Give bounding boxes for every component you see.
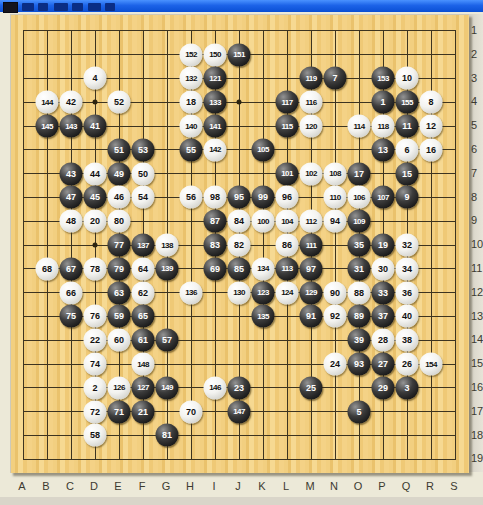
intersection-I11[interactable]: 69: [203, 257, 227, 281]
intersection-P19[interactable]: [371, 447, 395, 471]
intersection-K4[interactable]: [251, 90, 275, 114]
intersection-D19[interactable]: [83, 447, 107, 471]
intersection-R16[interactable]: [419, 376, 443, 400]
intersection-Q10[interactable]: 32: [395, 233, 419, 257]
intersection-C14[interactable]: [59, 328, 83, 352]
intersection-H13[interactable]: [179, 305, 203, 329]
intersection-B7[interactable]: [35, 162, 59, 186]
intersection-L1[interactable]: [275, 19, 299, 43]
intersection-K5[interactable]: [251, 114, 275, 138]
intersection-F5[interactable]: [131, 114, 155, 138]
intersection-N5[interactable]: [323, 114, 347, 138]
intersection-R12[interactable]: [419, 281, 443, 305]
intersection-H7[interactable]: [179, 162, 203, 186]
intersection-P7[interactable]: [371, 162, 395, 186]
intersection-G19[interactable]: [155, 447, 179, 471]
intersection-E19[interactable]: [107, 447, 131, 471]
intersection-B12[interactable]: [35, 281, 59, 305]
intersection-O10[interactable]: 35: [347, 233, 371, 257]
intersection-A2[interactable]: [11, 43, 35, 67]
intersection-A10[interactable]: [11, 233, 35, 257]
intersection-S16[interactable]: [443, 376, 467, 400]
intersection-C10[interactable]: [59, 233, 83, 257]
intersection-J3[interactable]: [227, 67, 251, 91]
intersection-M10[interactable]: 111: [299, 233, 323, 257]
intersection-F1[interactable]: [131, 19, 155, 43]
intersection-G10[interactable]: 138: [155, 233, 179, 257]
intersection-I16[interactable]: 146: [203, 376, 227, 400]
intersection-N18[interactable]: [323, 424, 347, 448]
intersection-J2[interactable]: 151: [227, 43, 251, 67]
intersection-E13[interactable]: 59: [107, 305, 131, 329]
intersection-P5[interactable]: 118: [371, 114, 395, 138]
intersection-O19[interactable]: [347, 447, 371, 471]
intersection-M14[interactable]: [299, 328, 323, 352]
intersection-H11[interactable]: [179, 257, 203, 281]
intersection-K19[interactable]: [251, 447, 275, 471]
intersection-D18[interactable]: 58: [83, 424, 107, 448]
intersection-P18[interactable]: [371, 424, 395, 448]
intersection-D14[interactable]: 22: [83, 328, 107, 352]
intersection-P13[interactable]: 37: [371, 305, 395, 329]
intersection-O6[interactable]: [347, 138, 371, 162]
intersection-N12[interactable]: 90: [323, 281, 347, 305]
intersection-L9[interactable]: 104: [275, 209, 299, 233]
intersection-O18[interactable]: [347, 424, 371, 448]
intersection-R18[interactable]: [419, 424, 443, 448]
intersection-I3[interactable]: 121: [203, 67, 227, 91]
intersection-Q17[interactable]: [395, 400, 419, 424]
intersection-D2[interactable]: [83, 43, 107, 67]
intersection-F2[interactable]: [131, 43, 155, 67]
intersection-N10[interactable]: [323, 233, 347, 257]
intersection-D3[interactable]: 4: [83, 67, 107, 91]
intersection-A12[interactable]: [11, 281, 35, 305]
intersection-D9[interactable]: 20: [83, 209, 107, 233]
intersection-J9[interactable]: 84: [227, 209, 251, 233]
intersection-K9[interactable]: 100: [251, 209, 275, 233]
intersection-B10[interactable]: [35, 233, 59, 257]
intersection-R8[interactable]: [419, 186, 443, 210]
intersection-S5[interactable]: [443, 114, 467, 138]
intersection-S9[interactable]: [443, 209, 467, 233]
intersection-B11[interactable]: 68: [35, 257, 59, 281]
intersection-M16[interactable]: 25: [299, 376, 323, 400]
intersection-S14[interactable]: [443, 328, 467, 352]
intersection-S19[interactable]: [443, 447, 467, 471]
intersection-K12[interactable]: 123: [251, 281, 275, 305]
intersection-G8[interactable]: [155, 186, 179, 210]
intersection-H10[interactable]: [179, 233, 203, 257]
intersection-Q7[interactable]: 15: [395, 162, 419, 186]
intersection-L17[interactable]: [275, 400, 299, 424]
intersection-L6[interactable]: [275, 138, 299, 162]
intersection-N15[interactable]: 24: [323, 352, 347, 376]
intersection-N4[interactable]: [323, 90, 347, 114]
intersection-N16[interactable]: [323, 376, 347, 400]
intersection-K3[interactable]: [251, 67, 275, 91]
intersection-O17[interactable]: 5: [347, 400, 371, 424]
intersection-B5[interactable]: 145: [35, 114, 59, 138]
intersection-C7[interactable]: 43: [59, 162, 83, 186]
intersection-G12[interactable]: [155, 281, 179, 305]
intersection-I10[interactable]: 83: [203, 233, 227, 257]
intersection-K8[interactable]: 99: [251, 186, 275, 210]
intersection-D10[interactable]: [83, 233, 107, 257]
intersection-J8[interactable]: 95: [227, 186, 251, 210]
intersection-P4[interactable]: 1: [371, 90, 395, 114]
intersection-G14[interactable]: 57: [155, 328, 179, 352]
intersection-S17[interactable]: [443, 400, 467, 424]
intersection-M2[interactable]: [299, 43, 323, 67]
intersection-O8[interactable]: 106: [347, 186, 371, 210]
intersection-G16[interactable]: 149: [155, 376, 179, 400]
intersection-L11[interactable]: 113: [275, 257, 299, 281]
intersection-J12[interactable]: 130: [227, 281, 251, 305]
intersection-Q6[interactable]: 6: [395, 138, 419, 162]
intersection-D1[interactable]: [83, 19, 107, 43]
intersection-E12[interactable]: 63: [107, 281, 131, 305]
intersection-P1[interactable]: [371, 19, 395, 43]
intersection-M11[interactable]: 97: [299, 257, 323, 281]
intersection-I6[interactable]: 142: [203, 138, 227, 162]
intersection-O4[interactable]: [347, 90, 371, 114]
intersection-A9[interactable]: [11, 209, 35, 233]
intersection-A19[interactable]: [11, 447, 35, 471]
intersection-H8[interactable]: 56: [179, 186, 203, 210]
intersection-D5[interactable]: 41: [83, 114, 107, 138]
intersection-A6[interactable]: [11, 138, 35, 162]
intersection-J1[interactable]: [227, 19, 251, 43]
intersection-I15[interactable]: [203, 352, 227, 376]
intersection-H2[interactable]: 152: [179, 43, 203, 67]
intersection-R10[interactable]: [419, 233, 443, 257]
intersection-B18[interactable]: [35, 424, 59, 448]
intersection-L12[interactable]: 124: [275, 281, 299, 305]
intersection-Q14[interactable]: 38: [395, 328, 419, 352]
intersection-D12[interactable]: [83, 281, 107, 305]
intersection-I17[interactable]: [203, 400, 227, 424]
intersection-F4[interactable]: [131, 90, 155, 114]
intersection-L14[interactable]: [275, 328, 299, 352]
intersection-M18[interactable]: [299, 424, 323, 448]
intersection-A7[interactable]: [11, 162, 35, 186]
intersection-E16[interactable]: 126: [107, 376, 131, 400]
intersection-M8[interactable]: [299, 186, 323, 210]
intersection-O5[interactable]: 114: [347, 114, 371, 138]
intersection-J14[interactable]: [227, 328, 251, 352]
intersection-I8[interactable]: 98: [203, 186, 227, 210]
intersection-Q5[interactable]: 11: [395, 114, 419, 138]
intersection-L7[interactable]: 101: [275, 162, 299, 186]
intersection-J13[interactable]: [227, 305, 251, 329]
intersection-G15[interactable]: [155, 352, 179, 376]
intersection-Q11[interactable]: 34: [395, 257, 419, 281]
intersection-A14[interactable]: [11, 328, 35, 352]
intersection-Q4[interactable]: 155: [395, 90, 419, 114]
intersection-P9[interactable]: [371, 209, 395, 233]
intersection-C12[interactable]: 66: [59, 281, 83, 305]
intersection-E17[interactable]: 71: [107, 400, 131, 424]
intersection-S4[interactable]: [443, 90, 467, 114]
intersection-S18[interactable]: [443, 424, 467, 448]
intersection-B1[interactable]: [35, 19, 59, 43]
intersection-L19[interactable]: [275, 447, 299, 471]
intersection-J10[interactable]: 82: [227, 233, 251, 257]
intersection-A3[interactable]: [11, 67, 35, 91]
intersection-G2[interactable]: [155, 43, 179, 67]
intersection-S12[interactable]: [443, 281, 467, 305]
intersection-N9[interactable]: 94: [323, 209, 347, 233]
intersection-B3[interactable]: [35, 67, 59, 91]
intersection-E11[interactable]: 79: [107, 257, 131, 281]
intersection-E9[interactable]: 80: [107, 209, 131, 233]
intersection-A18[interactable]: [11, 424, 35, 448]
intersection-K13[interactable]: 135: [251, 305, 275, 329]
intersection-R1[interactable]: [419, 19, 443, 43]
intersection-O16[interactable]: [347, 376, 371, 400]
intersection-F17[interactable]: 21: [131, 400, 155, 424]
intersection-O3[interactable]: [347, 67, 371, 91]
intersection-J4[interactable]: [227, 90, 251, 114]
intersection-R15[interactable]: 154: [419, 352, 443, 376]
intersection-I19[interactable]: [203, 447, 227, 471]
intersection-B8[interactable]: [35, 186, 59, 210]
intersection-D4[interactable]: [83, 90, 107, 114]
intersection-H19[interactable]: [179, 447, 203, 471]
intersection-N2[interactable]: [323, 43, 347, 67]
intersection-C16[interactable]: [59, 376, 83, 400]
intersection-S13[interactable]: [443, 305, 467, 329]
intersection-A13[interactable]: [11, 305, 35, 329]
intersection-K1[interactable]: [251, 19, 275, 43]
intersection-P11[interactable]: 30: [371, 257, 395, 281]
intersection-R4[interactable]: 8: [419, 90, 443, 114]
intersection-A15[interactable]: [11, 352, 35, 376]
intersection-E7[interactable]: 49: [107, 162, 131, 186]
intersection-L8[interactable]: 96: [275, 186, 299, 210]
intersection-R2[interactable]: [419, 43, 443, 67]
intersection-E14[interactable]: 60: [107, 328, 131, 352]
intersection-O11[interactable]: 31: [347, 257, 371, 281]
intersection-B19[interactable]: [35, 447, 59, 471]
intersection-H5[interactable]: 140: [179, 114, 203, 138]
intersection-R5[interactable]: 12: [419, 114, 443, 138]
intersection-B13[interactable]: [35, 305, 59, 329]
intersection-R13[interactable]: [419, 305, 443, 329]
intersection-F18[interactable]: [131, 424, 155, 448]
intersection-N7[interactable]: 108: [323, 162, 347, 186]
intersection-P15[interactable]: 27: [371, 352, 395, 376]
intersection-J7[interactable]: [227, 162, 251, 186]
intersection-N17[interactable]: [323, 400, 347, 424]
intersection-K18[interactable]: [251, 424, 275, 448]
intersection-M13[interactable]: 91: [299, 305, 323, 329]
intersection-P10[interactable]: 19: [371, 233, 395, 257]
intersection-A1[interactable]: [11, 19, 35, 43]
intersection-L10[interactable]: 86: [275, 233, 299, 257]
intersection-D6[interactable]: [83, 138, 107, 162]
intersection-C1[interactable]: [59, 19, 83, 43]
intersection-H3[interactable]: 132: [179, 67, 203, 91]
intersection-C13[interactable]: 75: [59, 305, 83, 329]
intersection-C11[interactable]: 67: [59, 257, 83, 281]
intersection-N19[interactable]: [323, 447, 347, 471]
intersection-J5[interactable]: [227, 114, 251, 138]
intersection-O12[interactable]: 88: [347, 281, 371, 305]
intersection-N11[interactable]: [323, 257, 347, 281]
intersection-A11[interactable]: [11, 257, 35, 281]
intersection-Q15[interactable]: 26: [395, 352, 419, 376]
intersection-P12[interactable]: 33: [371, 281, 395, 305]
intersection-J11[interactable]: 85: [227, 257, 251, 281]
intersection-F16[interactable]: 127: [131, 376, 155, 400]
intersection-I5[interactable]: 141: [203, 114, 227, 138]
intersection-D13[interactable]: 76: [83, 305, 107, 329]
intersection-D16[interactable]: 2: [83, 376, 107, 400]
intersection-A16[interactable]: [11, 376, 35, 400]
intersection-F13[interactable]: 65: [131, 305, 155, 329]
intersection-R6[interactable]: 16: [419, 138, 443, 162]
intersection-M3[interactable]: 119: [299, 67, 323, 91]
intersection-L5[interactable]: 115: [275, 114, 299, 138]
intersection-P2[interactable]: [371, 43, 395, 67]
intersection-B16[interactable]: [35, 376, 59, 400]
intersection-A5[interactable]: [11, 114, 35, 138]
intersection-S1[interactable]: [443, 19, 467, 43]
intersection-S7[interactable]: [443, 162, 467, 186]
intersection-I2[interactable]: 150: [203, 43, 227, 67]
intersection-F19[interactable]: [131, 447, 155, 471]
intersection-H4[interactable]: 18: [179, 90, 203, 114]
intersection-H18[interactable]: [179, 424, 203, 448]
intersection-G7[interactable]: [155, 162, 179, 186]
intersection-D7[interactable]: 44: [83, 162, 107, 186]
intersection-B9[interactable]: [35, 209, 59, 233]
intersection-A17[interactable]: [11, 400, 35, 424]
intersection-K16[interactable]: [251, 376, 275, 400]
intersection-L4[interactable]: 117: [275, 90, 299, 114]
intersection-E10[interactable]: 77: [107, 233, 131, 257]
intersection-K10[interactable]: [251, 233, 275, 257]
intersection-N3[interactable]: 7: [323, 67, 347, 91]
intersection-J16[interactable]: 23: [227, 376, 251, 400]
intersection-Q19[interactable]: [395, 447, 419, 471]
intersection-H17[interactable]: 70: [179, 400, 203, 424]
intersection-M4[interactable]: 116: [299, 90, 323, 114]
intersection-S15[interactable]: [443, 352, 467, 376]
intersection-R7[interactable]: [419, 162, 443, 186]
intersection-N8[interactable]: 110: [323, 186, 347, 210]
intersection-I4[interactable]: 133: [203, 90, 227, 114]
intersection-G18[interactable]: 81: [155, 424, 179, 448]
intersection-N14[interactable]: [323, 328, 347, 352]
intersection-C17[interactable]: [59, 400, 83, 424]
intersection-K17[interactable]: [251, 400, 275, 424]
intersection-Q2[interactable]: [395, 43, 419, 67]
intersection-N6[interactable]: [323, 138, 347, 162]
intersection-B14[interactable]: [35, 328, 59, 352]
intersection-K6[interactable]: 105: [251, 138, 275, 162]
intersection-H12[interactable]: 136: [179, 281, 203, 305]
window-app-icon[interactable]: [3, 2, 18, 13]
intersection-F7[interactable]: 50: [131, 162, 155, 186]
intersection-L18[interactable]: [275, 424, 299, 448]
intersection-C4[interactable]: 42: [59, 90, 83, 114]
intersection-C5[interactable]: 143: [59, 114, 83, 138]
intersection-R14[interactable]: [419, 328, 443, 352]
intersection-C19[interactable]: [59, 447, 83, 471]
intersection-E2[interactable]: [107, 43, 131, 67]
intersection-I1[interactable]: [203, 19, 227, 43]
intersection-E5[interactable]: [107, 114, 131, 138]
intersection-S10[interactable]: [443, 233, 467, 257]
intersection-A8[interactable]: [11, 186, 35, 210]
intersection-J18[interactable]: [227, 424, 251, 448]
intersection-O15[interactable]: 93: [347, 352, 371, 376]
intersection-H16[interactable]: [179, 376, 203, 400]
intersection-K14[interactable]: [251, 328, 275, 352]
intersection-Q16[interactable]: 3: [395, 376, 419, 400]
intersection-R11[interactable]: [419, 257, 443, 281]
intersection-Q1[interactable]: [395, 19, 419, 43]
intersection-I12[interactable]: [203, 281, 227, 305]
intersection-G17[interactable]: [155, 400, 179, 424]
intersection-L3[interactable]: [275, 67, 299, 91]
intersection-S3[interactable]: [443, 67, 467, 91]
intersection-L2[interactable]: [275, 43, 299, 67]
intersection-P14[interactable]: 28: [371, 328, 395, 352]
intersection-R17[interactable]: [419, 400, 443, 424]
intersection-G1[interactable]: [155, 19, 179, 43]
intersection-B15[interactable]: [35, 352, 59, 376]
intersection-P3[interactable]: 153: [371, 67, 395, 91]
intersection-R9[interactable]: [419, 209, 443, 233]
intersection-D17[interactable]: 72: [83, 400, 107, 424]
intersection-L15[interactable]: [275, 352, 299, 376]
intersection-H6[interactable]: 55: [179, 138, 203, 162]
intersection-M6[interactable]: [299, 138, 323, 162]
intersection-S11[interactable]: [443, 257, 467, 281]
intersection-P8[interactable]: 107: [371, 186, 395, 210]
intersection-P6[interactable]: 13: [371, 138, 395, 162]
intersection-K7[interactable]: [251, 162, 275, 186]
intersection-E8[interactable]: 46: [107, 186, 131, 210]
intersection-B6[interactable]: [35, 138, 59, 162]
intersection-G6[interactable]: [155, 138, 179, 162]
intersection-E3[interactable]: [107, 67, 131, 91]
intersection-F9[interactable]: [131, 209, 155, 233]
intersection-L16[interactable]: [275, 376, 299, 400]
intersection-M12[interactable]: 129: [299, 281, 323, 305]
intersection-P17[interactable]: [371, 400, 395, 424]
intersection-Q12[interactable]: 36: [395, 281, 419, 305]
intersection-S8[interactable]: [443, 186, 467, 210]
intersection-L13[interactable]: [275, 305, 299, 329]
intersection-M9[interactable]: 112: [299, 209, 323, 233]
intersection-I18[interactable]: [203, 424, 227, 448]
intersection-Q18[interactable]: [395, 424, 419, 448]
intersection-B2[interactable]: [35, 43, 59, 67]
intersection-E4[interactable]: 52: [107, 90, 131, 114]
intersection-C2[interactable]: [59, 43, 83, 67]
intersection-S6[interactable]: [443, 138, 467, 162]
intersection-M7[interactable]: 102: [299, 162, 323, 186]
intersection-D11[interactable]: 78: [83, 257, 107, 281]
intersection-G11[interactable]: 139: [155, 257, 179, 281]
intersection-F10[interactable]: 137: [131, 233, 155, 257]
intersection-C15[interactable]: [59, 352, 83, 376]
